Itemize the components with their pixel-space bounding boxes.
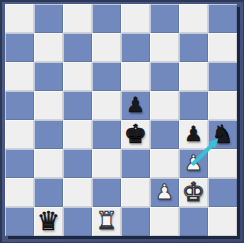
- square-f5[interactable]: [150, 91, 179, 120]
- square-g4[interactable]: ♟: [179, 120, 208, 149]
- square-b7[interactable]: [34, 33, 63, 62]
- square-c6[interactable]: [63, 62, 92, 91]
- square-g7[interactable]: [179, 33, 208, 62]
- square-c7[interactable]: [63, 33, 92, 62]
- square-e8[interactable]: [121, 4, 150, 33]
- square-a2[interactable]: [5, 178, 34, 207]
- square-c4[interactable]: [63, 120, 92, 149]
- square-b6[interactable]: [34, 62, 63, 91]
- square-f4[interactable]: [150, 120, 179, 149]
- square-c3[interactable]: [63, 149, 92, 178]
- piece-white-king[interactable]: ♚: [182, 178, 205, 207]
- square-f2[interactable]: ♟: [150, 178, 179, 207]
- square-h4[interactable]: ♞: [208, 120, 237, 149]
- square-g1[interactable]: [179, 207, 208, 236]
- square-a6[interactable]: [5, 62, 34, 91]
- square-e2[interactable]: [121, 178, 150, 207]
- square-h8[interactable]: [208, 4, 237, 33]
- square-h1[interactable]: [208, 207, 237, 236]
- square-d5[interactable]: [92, 91, 121, 120]
- square-c8[interactable]: [63, 4, 92, 33]
- square-h6[interactable]: [208, 62, 237, 91]
- piece-white-rook[interactable]: ♜: [96, 207, 118, 236]
- square-h2[interactable]: [208, 178, 237, 207]
- square-d6[interactable]: [92, 62, 121, 91]
- square-e4[interactable]: ♚: [121, 120, 150, 149]
- square-g6[interactable]: [179, 62, 208, 91]
- square-g5[interactable]: [179, 91, 208, 120]
- square-f7[interactable]: [150, 33, 179, 62]
- square-e7[interactable]: [121, 33, 150, 62]
- square-c2[interactable]: [63, 178, 92, 207]
- square-b4[interactable]: [34, 120, 63, 149]
- square-d1[interactable]: ♜: [92, 207, 121, 236]
- square-e5[interactable]: ♟: [121, 91, 150, 120]
- square-b3[interactable]: [34, 149, 63, 178]
- square-a4[interactable]: [5, 120, 34, 149]
- square-e1[interactable]: [121, 207, 150, 236]
- square-d2[interactable]: [92, 178, 121, 207]
- square-b2[interactable]: [34, 178, 63, 207]
- piece-black-knight[interactable]: ♞: [211, 120, 233, 149]
- square-d8[interactable]: [92, 4, 121, 33]
- square-h7[interactable]: [208, 33, 237, 62]
- square-a7[interactable]: [5, 33, 34, 62]
- square-c5[interactable]: [63, 91, 92, 120]
- piece-black-pawn[interactable]: ♟: [126, 91, 145, 120]
- square-a3[interactable]: [5, 149, 34, 178]
- piece-white-pawn[interactable]: ♟: [184, 149, 203, 178]
- square-f6[interactable]: [150, 62, 179, 91]
- square-d7[interactable]: [92, 33, 121, 62]
- square-a8[interactable]: [5, 4, 34, 33]
- square-b5[interactable]: [34, 91, 63, 120]
- square-g8[interactable]: [179, 4, 208, 33]
- square-h3[interactable]: [208, 149, 237, 178]
- square-h5[interactable]: [208, 91, 237, 120]
- square-d3[interactable]: [92, 149, 121, 178]
- square-b1[interactable]: ♛: [34, 207, 63, 236]
- square-f3[interactable]: [150, 149, 179, 178]
- square-e3[interactable]: [121, 149, 150, 178]
- square-f1[interactable]: [150, 207, 179, 236]
- square-g2[interactable]: ♚: [179, 178, 208, 207]
- piece-white-pawn[interactable]: ♟: [155, 178, 174, 207]
- piece-black-king[interactable]: ♚: [124, 120, 147, 149]
- square-e6[interactable]: [121, 62, 150, 91]
- square-d4[interactable]: [92, 120, 121, 149]
- square-b8[interactable]: [34, 4, 63, 33]
- piece-black-queen[interactable]: ♛: [37, 207, 60, 236]
- chess-board: ♟♚♟♞♟♟♚♛♜: [5, 4, 237, 236]
- square-a1[interactable]: [5, 207, 34, 236]
- chess-board-frame: ♟♚♟♞♟♟♚♛♜: [0, 0, 244, 243]
- square-a5[interactable]: [5, 91, 34, 120]
- square-c1[interactable]: [63, 207, 92, 236]
- square-g3[interactable]: ♟: [179, 149, 208, 178]
- square-f8[interactable]: [150, 4, 179, 33]
- piece-black-pawn[interactable]: ♟: [184, 120, 203, 149]
